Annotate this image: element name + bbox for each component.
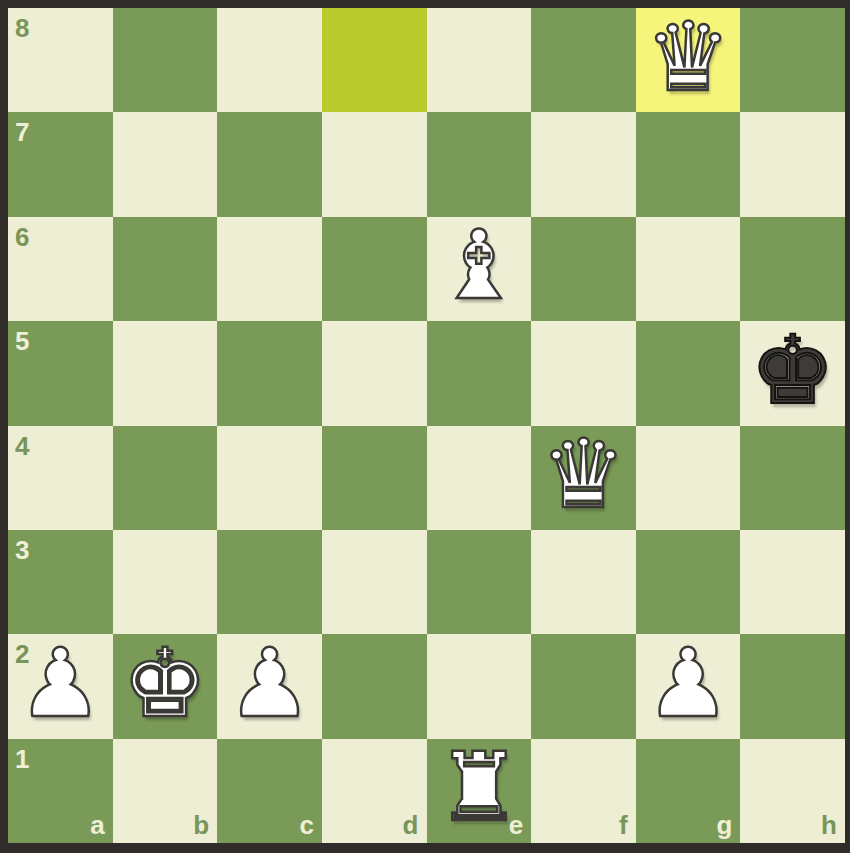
square-a1[interactable]: 1a (8, 739, 113, 843)
white-king-b2[interactable]: ♚ (113, 631, 218, 735)
square-h4[interactable] (740, 426, 845, 530)
chess-board: 8♛76♝5♚4♛32♟♚♟♟1abcde♜fgh (8, 8, 845, 843)
square-a6[interactable]: 6 (8, 217, 113, 321)
square-d1[interactable]: d (322, 739, 427, 843)
rank-label-4: 4 (15, 431, 29, 462)
square-g3[interactable] (636, 530, 741, 634)
square-d7[interactable] (322, 112, 427, 216)
square-g5[interactable] (636, 321, 741, 425)
square-a5[interactable]: 5 (8, 321, 113, 425)
square-f1[interactable]: f (531, 739, 636, 843)
rank-label-7: 7 (15, 117, 29, 148)
square-e1[interactable]: e♜ (427, 739, 532, 843)
rank-label-8: 8 (15, 13, 29, 44)
square-b6[interactable] (113, 217, 218, 321)
file-label-a: a (90, 810, 104, 841)
white-queen-g8[interactable]: ♛ (636, 5, 741, 109)
square-h7[interactable] (740, 112, 845, 216)
square-h8[interactable] (740, 8, 845, 112)
square-a7[interactable]: 7 (8, 112, 113, 216)
square-b3[interactable] (113, 530, 218, 634)
file-label-h: h (821, 810, 837, 841)
square-d8-last-move-from[interactable] (322, 8, 427, 112)
square-g2[interactable]: ♟ (636, 634, 741, 738)
square-c3[interactable] (217, 530, 322, 634)
square-e2[interactable] (427, 634, 532, 738)
square-c6[interactable] (217, 217, 322, 321)
square-a8[interactable]: 8 (8, 8, 113, 112)
black-king-h5[interactable]: ♚ (740, 318, 845, 422)
file-label-f: f (619, 810, 628, 841)
square-e5[interactable] (427, 321, 532, 425)
square-d5[interactable] (322, 321, 427, 425)
square-h5[interactable]: ♚ (740, 321, 845, 425)
white-pawn-a2[interactable]: ♟ (8, 631, 113, 735)
square-g1[interactable]: g (636, 739, 741, 843)
square-f5[interactable] (531, 321, 636, 425)
square-e6[interactable]: ♝ (427, 217, 532, 321)
square-d6[interactable] (322, 217, 427, 321)
square-g7[interactable] (636, 112, 741, 216)
square-h1[interactable]: h (740, 739, 845, 843)
file-label-c: c (299, 810, 313, 841)
square-f2[interactable] (531, 634, 636, 738)
square-c4[interactable] (217, 426, 322, 530)
square-f4[interactable]: ♛ (531, 426, 636, 530)
square-d4[interactable] (322, 426, 427, 530)
square-h2[interactable] (740, 634, 845, 738)
square-h6[interactable] (740, 217, 845, 321)
square-c5[interactable] (217, 321, 322, 425)
square-c7[interactable] (217, 112, 322, 216)
square-e7[interactable] (427, 112, 532, 216)
board-frame: 8♛76♝5♚4♛32♟♚♟♟1abcde♜fgh (0, 0, 850, 853)
square-g4[interactable] (636, 426, 741, 530)
file-label-g: g (716, 810, 732, 841)
white-rook-e1[interactable]: ♜ (427, 736, 532, 840)
square-c2[interactable]: ♟ (217, 634, 322, 738)
file-label-b: b (193, 810, 209, 841)
square-e3[interactable] (427, 530, 532, 634)
square-f3[interactable] (531, 530, 636, 634)
square-a3[interactable]: 3 (8, 530, 113, 634)
square-b5[interactable] (113, 321, 218, 425)
square-c8[interactable] (217, 8, 322, 112)
rank-label-1: 1 (15, 744, 29, 775)
white-bishop-e6[interactable]: ♝ (427, 214, 532, 318)
square-c1[interactable]: c (217, 739, 322, 843)
square-g8-last-move-to[interactable]: ♛ (636, 8, 741, 112)
white-pawn-c2[interactable]: ♟ (217, 631, 322, 735)
square-d3[interactable] (322, 530, 427, 634)
square-b1[interactable]: b (113, 739, 218, 843)
square-d2[interactable] (322, 634, 427, 738)
square-h3[interactable] (740, 530, 845, 634)
square-a2[interactable]: 2♟ (8, 634, 113, 738)
square-a4[interactable]: 4 (8, 426, 113, 530)
rank-label-5: 5 (15, 326, 29, 357)
square-g6[interactable] (636, 217, 741, 321)
white-pawn-g2[interactable]: ♟ (636, 631, 741, 735)
square-e8[interactable] (427, 8, 532, 112)
square-f8[interactable] (531, 8, 636, 112)
square-f6[interactable] (531, 217, 636, 321)
square-f7[interactable] (531, 112, 636, 216)
white-queen-f4[interactable]: ♛ (531, 423, 636, 527)
square-b4[interactable] (113, 426, 218, 530)
square-b2[interactable]: ♚ (113, 634, 218, 738)
square-b8[interactable] (113, 8, 218, 112)
square-b7[interactable] (113, 112, 218, 216)
square-e4[interactable] (427, 426, 532, 530)
rank-label-6: 6 (15, 222, 29, 253)
file-label-d: d (403, 810, 419, 841)
rank-label-3: 3 (15, 535, 29, 566)
